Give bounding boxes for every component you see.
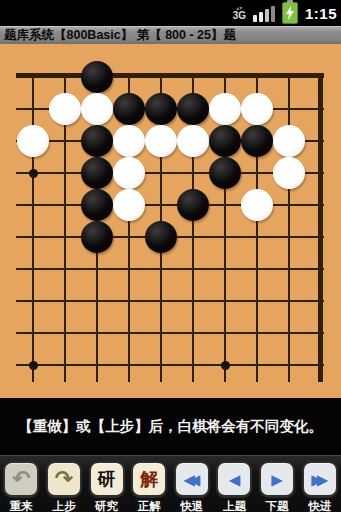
network-type-label: 3G [233,11,246,21]
white-stone[interactable] [145,125,177,157]
white-stone[interactable] [177,125,209,157]
restart-button[interactable]: ↶重来 [0,461,42,512]
undo-step-button-label: 上步 [52,499,75,512]
star-point [29,169,38,178]
grid-line-h [16,332,324,334]
prev-problem-button[interactable]: ◀上题 [213,461,255,512]
redo-arrow-icon[interactable]: ↷ [46,461,82,497]
black-stone[interactable] [81,61,113,93]
white-stone[interactable] [209,93,241,125]
white-stone[interactable] [241,189,273,221]
answer-button[interactable]: 解正解 [128,461,170,512]
right-arrow-icon[interactable]: ▶ [259,461,295,497]
page-title: 题库系统【800Basic】 第【 800 - 25】题 [0,27,236,44]
star-point [221,361,230,370]
hint-text: 【重做】或【上步】后，白棋将会有不同变化。 [18,417,323,436]
status-icons: ▴▾ 3G 1:15 [233,0,337,26]
research-button-label: 研究 [95,499,118,512]
mobile-data-icon: ▴▾ 3G [233,5,246,21]
signal-strength-icon [253,5,275,22]
black-stone[interactable] [81,189,113,221]
kanji-jie-icon-glyph: 解 [140,470,158,488]
kanji-yan-icon-glyph: 研 [98,470,116,488]
double-right-arrow-icon-glyph: ▶▶ [311,472,322,487]
next-problem-button-label: 下题 [266,499,289,512]
message-bar: 【重做】或【上步】后，白棋将会有不同变化。 [0,398,341,455]
next-problem-button[interactable]: ▶下题 [256,461,298,512]
black-stone[interactable] [145,221,177,253]
grid-line-h [16,364,324,366]
undo-arrow-icon[interactable]: ↶ [3,461,39,497]
fast-rewind-button[interactable]: ◀◀快退 [171,461,213,512]
black-stone[interactable] [81,221,113,253]
black-stone[interactable] [209,157,241,189]
white-stone[interactable] [113,125,145,157]
fast-forward-button[interactable]: ▶▶快进 [299,461,341,512]
black-stone[interactable] [145,93,177,125]
white-stone[interactable] [113,189,145,221]
right-arrow-icon-glyph: ▶ [271,472,283,487]
white-stone[interactable] [241,93,273,125]
black-stone[interactable] [241,125,273,157]
status-bar: ▴▾ 3G 1:15 [0,0,341,26]
board-right-edge [318,73,323,382]
restart-button-label: 重来 [10,499,33,512]
left-arrow-icon-glyph: ◀ [229,472,241,487]
black-stone[interactable] [81,157,113,189]
white-stone[interactable] [17,125,49,157]
go-board[interactable] [0,44,341,398]
grid-line-h [16,300,324,302]
undo-arrow-icon-glyph: ↶ [12,468,30,490]
white-stone[interactable] [273,125,305,157]
black-stone[interactable] [177,189,209,221]
white-stone[interactable] [81,93,113,125]
clock: 1:15 [305,5,337,22]
battery-charging-icon [282,2,298,24]
title-bar: 题库系统【800Basic】 第【 800 - 25】题 [0,26,341,44]
kanji-yan-icon[interactable]: 研 [89,461,125,497]
phone-screen: ▴▾ 3G 1:15 题库系统【800Basic】 第【 800 - 25】题 … [0,0,341,512]
double-left-arrow-icon[interactable]: ◀◀ [174,461,210,497]
double-left-arrow-icon-glyph: ◀◀ [183,472,194,487]
black-stone[interactable] [81,125,113,157]
black-stone[interactable] [209,125,241,157]
left-arrow-icon[interactable]: ◀ [216,461,252,497]
answer-button-label: 正解 [138,499,161,512]
prev-problem-button-label: 上题 [223,499,246,512]
undo-step-button[interactable]: ↷上步 [43,461,85,512]
grid-line-v [288,75,290,382]
grid-line-h [16,268,324,270]
kanji-jie-icon[interactable]: 解 [131,461,167,497]
grid-line-h [16,204,324,206]
star-point [29,361,38,370]
white-stone[interactable] [113,157,145,189]
board-top-edge [16,73,324,78]
grid-line-v [32,75,34,382]
black-stone[interactable] [113,93,145,125]
research-button[interactable]: 研研究 [86,461,128,512]
redo-arrow-icon-glyph: ↷ [55,468,73,490]
white-stone[interactable] [273,157,305,189]
double-right-arrow-icon[interactable]: ▶▶ [302,461,338,497]
white-stone[interactable] [49,93,81,125]
fast-rewind-button-label: 快退 [180,499,203,512]
black-stone[interactable] [177,93,209,125]
fast-forward-button-label: 快进 [308,499,331,512]
toolbar: ↶重来↷上步研研究解正解◀◀快退◀上题▶下题▶▶快进 [0,455,341,512]
